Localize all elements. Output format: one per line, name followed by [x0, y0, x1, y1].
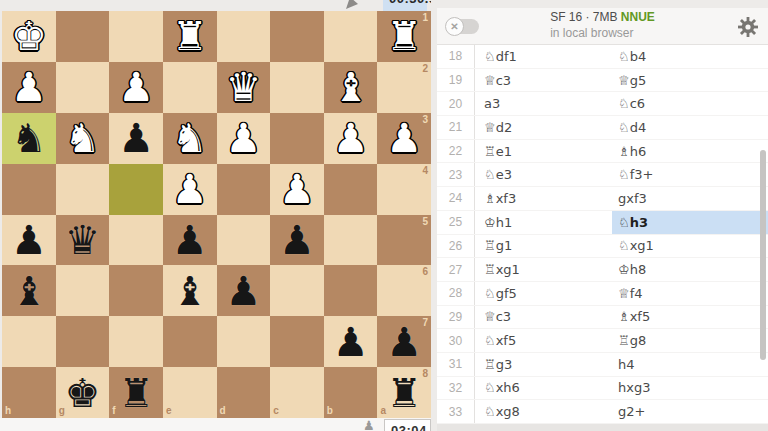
square-f6[interactable] [109, 265, 163, 316]
piece-black-pawn: ♟ [279, 220, 315, 260]
move-23-white[interactable]: ♘e3 [475, 163, 612, 186]
move-number: 27 [437, 258, 475, 281]
piece-white-pawn: ♟ [118, 67, 154, 107]
square-d1[interactable] [217, 11, 271, 62]
coordinate-label: g [59, 406, 65, 416]
move-row-25: 25♔h1♘h3 [437, 211, 768, 235]
square-b3[interactable]: ♟ [324, 113, 378, 164]
square-c4[interactable]: ♟ [270, 164, 324, 215]
square-c5[interactable]: ♟ [270, 215, 324, 266]
square-a5[interactable]: 5 [377, 215, 431, 266]
piece-white-pawn: ♟ [386, 118, 422, 158]
square-a4[interactable]: 4 [377, 164, 431, 215]
square-h8[interactable]: h [2, 367, 56, 418]
square-g7[interactable] [56, 316, 110, 367]
move-list: 18♘df1♘b419♕c3♕g520a3♘c621♕d2♘d422♖e1♗h6… [437, 45, 768, 424]
move-21-black[interactable]: ♘d4 [612, 116, 768, 139]
move-25-white[interactable]: ♔h1 [475, 211, 612, 234]
square-h2[interactable]: ♟ [2, 62, 56, 113]
move-row-20: 20a3♘c6 [437, 92, 768, 116]
square-e1[interactable]: ♜ [163, 11, 217, 62]
move-row-19: 19♕c3♕g5 [437, 69, 768, 93]
top-player-strip: 00:30.9 [0, 0, 431, 11]
engine-name: SF 16 · 7MB [550, 10, 617, 24]
square-a3[interactable]: ♟3 [377, 113, 431, 164]
move-24-white[interactable]: ♗xf3 [475, 187, 612, 210]
move-27-black[interactable]: ♔h8 [612, 258, 768, 281]
piece-black-pawn: ♟ [118, 118, 154, 158]
move-row-30: 30♘xf5♖g8 [437, 329, 768, 353]
scrollbar-thumb[interactable] [760, 150, 766, 360]
square-f2[interactable]: ♟ [109, 62, 163, 113]
square-f1[interactable] [109, 11, 163, 62]
move-number: 25 [437, 211, 475, 234]
square-d4[interactable] [217, 164, 271, 215]
square-h5[interactable]: ♟ [2, 215, 56, 266]
square-g8[interactable]: ♚g [56, 367, 110, 418]
square-b8[interactable]: b [324, 367, 378, 418]
move-number: 30 [437, 329, 475, 352]
move-number: 20 [437, 92, 475, 115]
move-19-black[interactable]: ♕g5 [612, 69, 768, 92]
piece-black-king: ♚ [65, 373, 101, 413]
square-c3[interactable] [270, 113, 324, 164]
move-row-22: 22♖e1♗h6 [437, 140, 768, 164]
piece-black-queen: ♛ [65, 220, 101, 260]
square-b1[interactable] [324, 11, 378, 62]
top-clock: 00:30.9 [383, 0, 427, 11]
move-31-white[interactable]: ♖g3 [475, 353, 612, 376]
square-f3[interactable]: ♟ [109, 113, 163, 164]
square-b6[interactable] [324, 265, 378, 316]
piece-black-pawn: ♟ [172, 220, 208, 260]
move-30-black[interactable]: ♖g8 [612, 329, 768, 352]
piece-white-pawn: ♟ [225, 118, 261, 158]
move-23-black[interactable]: ♘f3+ [612, 163, 768, 186]
square-g2[interactable] [56, 62, 110, 113]
square-h7[interactable] [2, 316, 56, 367]
captured-pawn-icon: ♟ [363, 419, 375, 431]
move-number: 18 [437, 45, 475, 68]
square-d6[interactable]: ♟ [217, 265, 271, 316]
move-row-26: 26♖g1♘xg1 [437, 235, 768, 259]
move-32-black[interactable]: hxg3 [612, 377, 768, 400]
coordinate-label: d [220, 406, 226, 416]
analysis-view: 00:30.9 ♚♜♜1♟♟♛♝2♞♞♟♞♟♟♟3♟♟4♟♛♟♟5♝♝♟6♟♟7… [0, 0, 768, 431]
move-24-black[interactable]: gxf3 [612, 187, 768, 210]
square-a8[interactable]: ♜8a [377, 367, 431, 418]
piece-white-pawn: ♟ [172, 169, 208, 209]
piece-black-rook: ♜ [118, 373, 154, 413]
piece-white-rook: ♜ [172, 16, 208, 56]
coordinate-label: 3 [422, 115, 428, 125]
square-a1[interactable]: ♜1 [377, 11, 431, 62]
move-row-24: 24♗xf3gxf3 [437, 187, 768, 211]
move-number: 19 [437, 69, 475, 92]
move-19-white[interactable]: ♕c3 [475, 69, 612, 92]
square-h4[interactable] [2, 164, 56, 215]
square-c8[interactable]: c [270, 367, 324, 418]
square-h6[interactable]: ♝ [2, 265, 56, 316]
move-31-black[interactable]: h4 [612, 353, 768, 376]
board: ♚♜♜1♟♟♛♝2♞♞♟♞♟♟♟3♟♟4♟♛♟♟5♝♝♟6♟♟7h♚g♜fedc… [2, 11, 431, 418]
square-c2[interactable] [270, 62, 324, 113]
move-number: 23 [437, 163, 475, 186]
move-number: 32 [437, 377, 475, 400]
coordinate-label: e [166, 406, 172, 416]
move-row-18: 18♘df1♘b4 [437, 45, 768, 69]
coordinate-label: 5 [422, 217, 428, 227]
move-27-white[interactable]: ♖xg1 [475, 258, 612, 281]
coordinate-label: 4 [422, 166, 428, 176]
square-h3[interactable]: ♞ [2, 113, 56, 164]
move-21-white[interactable]: ♕d2 [475, 116, 612, 139]
move-28-white[interactable]: ♘gf5 [475, 282, 612, 305]
move-number: 28 [437, 282, 475, 305]
move-number: 33 [437, 400, 475, 423]
piece-black-rook: ♜ [386, 373, 422, 413]
move-33-black[interactable]: g2+ [612, 400, 768, 423]
move-row-27: 27♖xg1♔h8 [437, 258, 768, 282]
move-row-29: 29♕c3♗xf5 [437, 306, 768, 330]
move-29-white[interactable]: ♕c3 [475, 306, 612, 329]
square-b2[interactable]: ♝ [324, 62, 378, 113]
square-e2[interactable] [163, 62, 217, 113]
piece-black-knight: ♞ [11, 118, 47, 158]
piece-black-bishop: ♝ [11, 271, 47, 311]
square-d8[interactable]: d [217, 367, 271, 418]
move-row-23: 23♘e3♘f3+ [437, 163, 768, 187]
move-28-black[interactable]: ♕f4 [612, 282, 768, 305]
square-e5[interactable]: ♟ [163, 215, 217, 266]
move-row-32: 32♘xh6hxg3 [437, 377, 768, 401]
square-g3[interactable]: ♞ [56, 113, 110, 164]
move-29-black[interactable]: ♗xf5 [612, 306, 768, 329]
move-number: 24 [437, 187, 475, 210]
gear-icon[interactable] [738, 17, 758, 37]
board-area: 00:30.9 ♚♜♜1♟♟♛♝2♞♞♟♞♟♟♟3♟♟4♟♛♟♟5♝♝♟6♟♟7… [0, 0, 431, 431]
square-b7[interactable]: ♟ [324, 316, 378, 367]
move-row-28: 28♘gf5♕f4 [437, 282, 768, 306]
engine-panel: ✕ SF 16 · 7MB NNUE in local browser 18♘d… [437, 0, 768, 431]
square-e3[interactable]: ♞ [163, 113, 217, 164]
piece-white-king: ♚ [11, 16, 47, 56]
toggle-knob-x-icon: ✕ [445, 17, 464, 36]
move-row-31: 31♖g3h4 [437, 353, 768, 377]
square-d2[interactable]: ♛ [217, 62, 271, 113]
square-c7[interactable] [270, 316, 324, 367]
piece-black-pawn: ♟ [386, 322, 422, 362]
piece-white-pawn: ♟ [333, 118, 369, 158]
move-20-black[interactable]: ♘c6 [612, 92, 768, 115]
square-b5[interactable] [324, 215, 378, 266]
cursor-icon [345, 0, 359, 10]
move-20-white[interactable]: a3 [475, 92, 612, 115]
square-e4[interactable]: ♟ [163, 164, 217, 215]
square-h1[interactable]: ♚ [2, 11, 56, 62]
move-number: 26 [437, 235, 475, 258]
move-32-white[interactable]: ♘xh6 [475, 377, 612, 400]
panel-bottom-gap [437, 424, 768, 431]
square-g5[interactable]: ♛ [56, 215, 110, 266]
square-c6[interactable] [270, 265, 324, 316]
coordinate-label: 2 [422, 64, 428, 74]
piece-white-queen: ♛ [225, 67, 261, 107]
square-e6[interactable]: ♝ [163, 265, 217, 316]
square-f5[interactable] [109, 215, 163, 266]
piece-white-knight: ♞ [172, 118, 208, 158]
square-e7[interactable] [163, 316, 217, 367]
move-22-black[interactable]: ♗h6 [612, 140, 768, 163]
square-g1[interactable] [56, 11, 110, 62]
move-18-black[interactable]: ♘b4 [612, 45, 768, 68]
move-number: 29 [437, 306, 475, 329]
square-f7[interactable] [109, 316, 163, 367]
panel-top-gap [437, 0, 768, 8]
bottom-clock: 03:04 [384, 419, 431, 431]
piece-black-bishop: ♝ [172, 271, 208, 311]
piece-black-pawn: ♟ [11, 220, 47, 260]
move-26-black[interactable]: ♘xg1 [612, 235, 768, 258]
square-c1[interactable] [270, 11, 324, 62]
engine-nnue-badge: NNUE [621, 10, 655, 24]
square-f4[interactable] [109, 164, 163, 215]
piece-white-pawn: ♟ [279, 169, 315, 209]
coordinate-label: a [380, 406, 386, 416]
coordinate-label: 8 [422, 369, 428, 379]
square-a2[interactable]: 2 [377, 62, 431, 113]
square-b4[interactable] [324, 164, 378, 215]
move-number: 22 [437, 140, 475, 163]
move-row-21: 21♕d2♘d4 [437, 116, 768, 140]
engine-subtitle: in local browser [550, 26, 655, 42]
move-30-white[interactable]: ♘xf5 [475, 329, 612, 352]
piece-black-pawn: ♟ [225, 271, 261, 311]
square-e8[interactable]: e [163, 367, 217, 418]
square-d3[interactable]: ♟ [217, 113, 271, 164]
move-26-white[interactable]: ♖g1 [475, 235, 612, 258]
move-25-black[interactable]: ♘h3 [612, 211, 768, 234]
piece-white-bishop: ♝ [333, 67, 369, 107]
coordinate-label: 6 [422, 267, 428, 277]
move-number: 21 [437, 116, 475, 139]
engine-title-block: SF 16 · 7MB NNUE in local browser [550, 10, 655, 41]
square-d5[interactable] [217, 215, 271, 266]
engine-header: ✕ SF 16 · 7MB NNUE in local browser [437, 8, 768, 45]
move-33-white[interactable]: ♘xg8 [475, 400, 612, 423]
square-a7[interactable]: ♟7 [377, 316, 431, 367]
coordinate-label: 1 [422, 13, 428, 23]
coordinate-label: b [327, 406, 333, 416]
coordinate-label: f [112, 406, 115, 416]
square-g6[interactable] [56, 265, 110, 316]
piece-white-pawn: ♟ [11, 67, 47, 107]
square-d7[interactable] [217, 316, 271, 367]
move-18-white[interactable]: ♘df1 [475, 45, 612, 68]
coordinate-label: c [273, 406, 279, 416]
move-number: 31 [437, 353, 475, 376]
engine-toggle[interactable]: ✕ [445, 17, 479, 36]
square-a6[interactable]: 6 [377, 265, 431, 316]
piece-white-rook: ♜ [386, 16, 422, 56]
square-f8[interactable]: ♜f [109, 367, 163, 418]
piece-black-pawn: ♟ [333, 322, 369, 362]
piece-white-knight: ♞ [65, 118, 101, 158]
move-row-33: 33♘xg8g2+ [437, 400, 768, 424]
move-22-white[interactable]: ♖e1 [475, 140, 612, 163]
coordinate-label: h [5, 406, 11, 416]
square-g4[interactable] [56, 164, 110, 215]
coordinate-label: 7 [422, 318, 428, 328]
